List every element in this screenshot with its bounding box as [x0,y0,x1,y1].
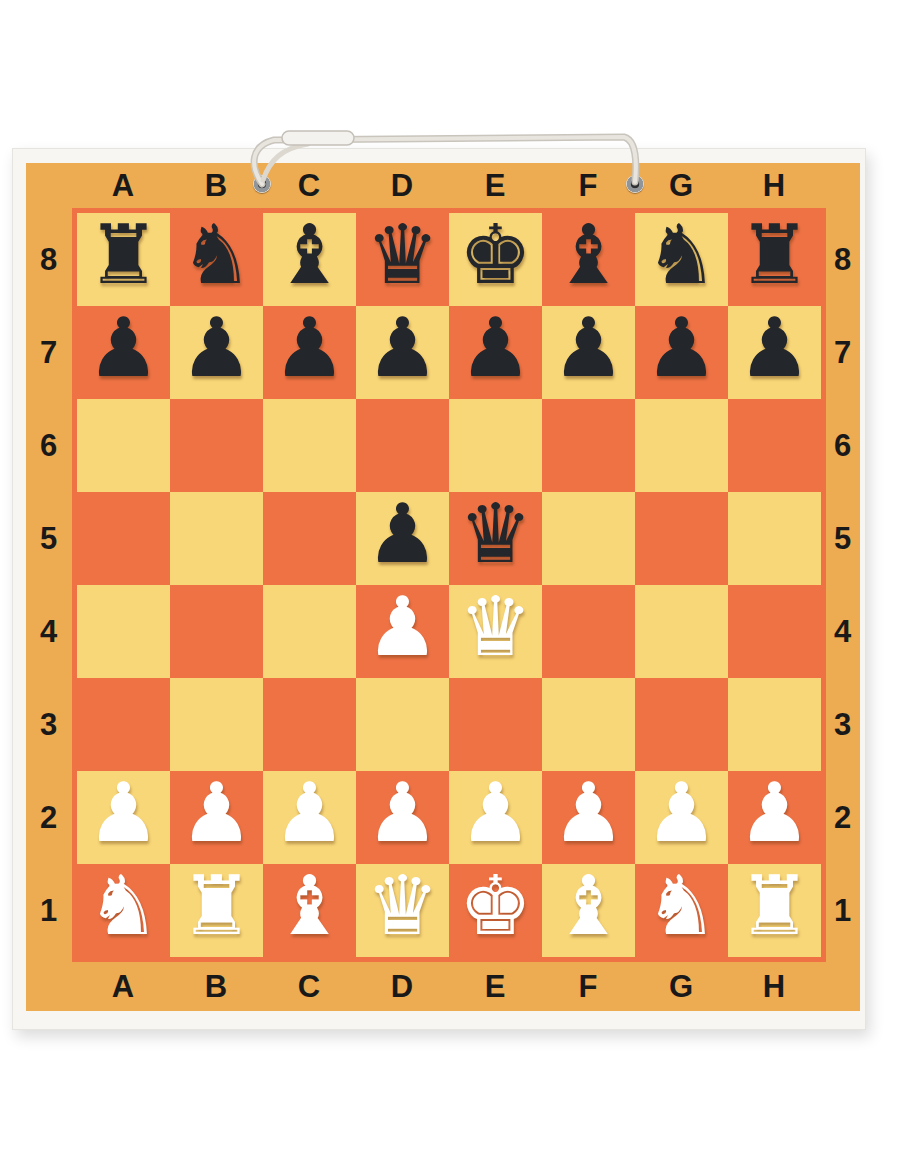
square-b6[interactable] [170,399,263,492]
piece-white-queen[interactable]: ♛ [449,580,542,673]
file-label-bottom-h: H [728,962,821,1011]
square-a3[interactable] [77,678,170,771]
square-d8[interactable]: ♛ [356,213,449,306]
rank-label-left-1: 1 [26,864,72,957]
square-e5[interactable]: ♛ [449,492,542,585]
piece-black-pawn[interactable]: ♟ [356,301,449,394]
piece-white-rook[interactable]: ♜ [728,859,821,952]
square-c3[interactable] [263,678,356,771]
rank-label-right-5: 5 [826,492,860,585]
piece-black-pawn[interactable]: ♟ [263,301,356,394]
file-label-bottom-f: F [542,962,635,1011]
square-g6[interactable] [635,399,728,492]
file-label-bottom-b: B [170,962,263,1011]
square-e2[interactable]: ♟ [449,771,542,864]
square-h8[interactable]: ♜ [728,213,821,306]
product-photo-page: ABCDEFGH ABCDEFGH 87654321 87654321 ♜♞♝♛… [0,0,900,1174]
square-h1[interactable]: ♜ [728,864,821,957]
square-h5[interactable] [728,492,821,585]
rank-label-left-2: 2 [26,771,72,864]
rank-label-right-3: 3 [826,678,860,771]
square-c2[interactable]: ♟ [263,771,356,864]
piece-white-king[interactable]: ♚ [449,859,542,952]
square-e1[interactable]: ♚ [449,864,542,957]
square-c6[interactable] [263,399,356,492]
square-e8[interactable]: ♚ [449,213,542,306]
piece-white-pawn[interactable]: ♟ [263,766,356,859]
rank-label-right-6: 6 [826,399,860,492]
square-c5[interactable] [263,492,356,585]
square-d1[interactable]: ♛ [356,864,449,957]
rank-label-right-7: 7 [826,306,860,399]
piece-black-pawn[interactable]: ♟ [449,301,542,394]
square-f6[interactable] [542,399,635,492]
hanging-cord [232,112,662,208]
piece-white-pawn[interactable]: ♟ [77,766,170,859]
chess-board-grid: ♜♞♝♛♚♝♞♜♟♟♟♟♟♟♟♟♟♛♟♛♟♟♟♟♟♟♟♟♞♜♝♛♚♝♞♜ [72,208,826,962]
piece-white-pawn[interactable]: ♟ [635,766,728,859]
piece-white-pawn[interactable]: ♟ [170,766,263,859]
demo-board-panel: ABCDEFGH ABCDEFGH 87654321 87654321 ♜♞♝♛… [12,148,866,1030]
piece-white-pawn[interactable]: ♟ [356,580,449,673]
square-f4[interactable] [542,585,635,678]
rank-label-right-2: 2 [826,771,860,864]
square-h6[interactable] [728,399,821,492]
file-label-top-a: A [77,163,170,208]
rank-label-right-8: 8 [826,213,860,306]
file-label-bottom-e: E [449,962,542,1011]
piece-black-queen[interactable]: ♛ [356,208,449,301]
square-a1[interactable]: ♞ [77,864,170,957]
piece-black-pawn[interactable]: ♟ [170,301,263,394]
square-h2[interactable]: ♟ [728,771,821,864]
square-d5[interactable]: ♟ [356,492,449,585]
square-b5[interactable] [170,492,263,585]
rank-labels-right: 87654321 [826,213,860,957]
file-label-bottom-c: C [263,962,356,1011]
square-c8[interactable]: ♝ [263,213,356,306]
piece-white-rook[interactable]: ♜ [170,859,263,952]
square-d4[interactable]: ♟ [356,585,449,678]
square-c4[interactable] [263,585,356,678]
piece-white-bishop[interactable]: ♝ [542,859,635,952]
square-a8[interactable]: ♜ [77,213,170,306]
rank-label-left-8: 8 [26,213,72,306]
file-label-bottom-g: G [635,962,728,1011]
square-f7[interactable]: ♟ [542,306,635,399]
square-d6[interactable] [356,399,449,492]
piece-white-knight[interactable]: ♞ [77,859,170,952]
square-f3[interactable] [542,678,635,771]
file-label-bottom-d: D [356,962,449,1011]
piece-black-pawn[interactable]: ♟ [77,301,170,394]
piece-white-pawn[interactable]: ♟ [449,766,542,859]
piece-black-pawn[interactable]: ♟ [728,301,821,394]
square-e7[interactable]: ♟ [449,306,542,399]
piece-black-queen[interactable]: ♛ [449,487,542,580]
square-b3[interactable] [170,678,263,771]
square-d7[interactable]: ♟ [356,306,449,399]
square-h7[interactable]: ♟ [728,306,821,399]
piece-black-rook[interactable]: ♜ [728,208,821,301]
square-d3[interactable] [356,678,449,771]
square-a6[interactable] [77,399,170,492]
square-b2[interactable]: ♟ [170,771,263,864]
piece-black-bishop[interactable]: ♝ [263,208,356,301]
square-g7[interactable]: ♟ [635,306,728,399]
square-f1[interactable]: ♝ [542,864,635,957]
piece-white-pawn[interactable]: ♟ [542,766,635,859]
square-a4[interactable] [77,585,170,678]
rank-labels-left: 87654321 [26,213,72,957]
square-c7[interactable]: ♟ [263,306,356,399]
square-a5[interactable] [77,492,170,585]
square-a2[interactable]: ♟ [77,771,170,864]
square-b8[interactable]: ♞ [170,213,263,306]
piece-black-pawn[interactable]: ♟ [356,487,449,580]
square-b4[interactable] [170,585,263,678]
square-g8[interactable]: ♞ [635,213,728,306]
file-labels-bottom: ABCDEFGH [77,962,821,1011]
file-label-top-h: H [728,163,821,208]
square-f5[interactable] [542,492,635,585]
piece-black-pawn[interactable]: ♟ [635,301,728,394]
cord-clasp [282,131,354,145]
piece-white-pawn[interactable]: ♟ [356,766,449,859]
piece-black-knight[interactable]: ♞ [635,208,728,301]
rank-label-right-1: 1 [826,864,860,957]
square-e6[interactable] [449,399,542,492]
cord-loop [263,144,308,180]
square-d2[interactable]: ♟ [356,771,449,864]
piece-black-pawn[interactable]: ♟ [542,301,635,394]
square-e3[interactable] [449,678,542,771]
piece-black-king[interactable]: ♚ [449,208,542,301]
square-e4[interactable]: ♛ [449,585,542,678]
rank-label-left-5: 5 [26,492,72,585]
square-h3[interactable] [728,678,821,771]
square-a7[interactable]: ♟ [77,306,170,399]
piece-black-knight[interactable]: ♞ [170,208,263,301]
square-b1[interactable]: ♜ [170,864,263,957]
file-label-bottom-a: A [77,962,170,1011]
piece-white-queen[interactable]: ♛ [356,859,449,952]
square-c1[interactable]: ♝ [263,864,356,957]
square-b7[interactable]: ♟ [170,306,263,399]
piece-white-bishop[interactable]: ♝ [263,859,356,952]
piece-black-rook[interactable]: ♜ [77,208,170,301]
square-g5[interactable] [635,492,728,585]
rank-label-right-4: 4 [826,585,860,678]
piece-white-pawn[interactable]: ♟ [728,766,821,859]
piece-black-bishop[interactable]: ♝ [542,208,635,301]
square-g3[interactable] [635,678,728,771]
square-f8[interactable]: ♝ [542,213,635,306]
rank-label-left-6: 6 [26,399,72,492]
rank-label-left-3: 3 [26,678,72,771]
rank-label-left-4: 4 [26,585,72,678]
square-g2[interactable]: ♟ [635,771,728,864]
piece-white-knight[interactable]: ♞ [635,859,728,952]
board-face: ABCDEFGH ABCDEFGH 87654321 87654321 ♜♞♝♛… [26,163,860,1011]
square-g1[interactable]: ♞ [635,864,728,957]
square-f2[interactable]: ♟ [542,771,635,864]
square-g4[interactable] [635,585,728,678]
rank-label-left-7: 7 [26,306,72,399]
square-h4[interactable] [728,585,821,678]
